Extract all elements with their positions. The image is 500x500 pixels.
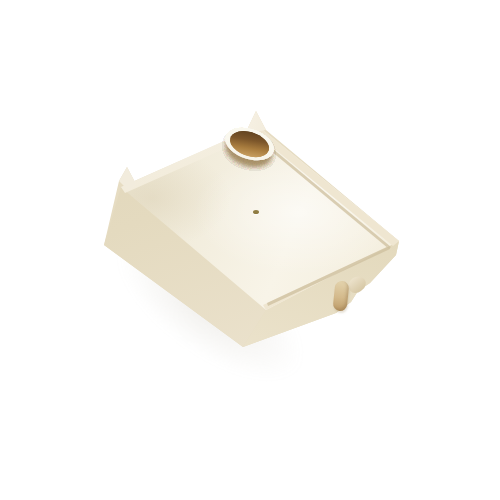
side-peg	[332, 280, 349, 311]
pit-r3c3[interactable]	[217, 126, 284, 170]
center-pin-mark	[253, 210, 259, 214]
pit-hole	[222, 126, 277, 162]
product-photo	[0, 0, 500, 500]
